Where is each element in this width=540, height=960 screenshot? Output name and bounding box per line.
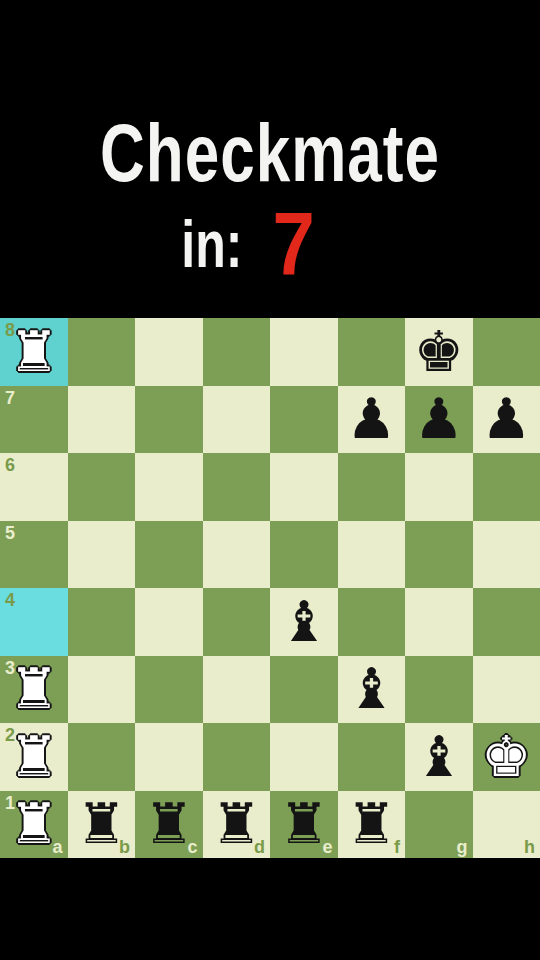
square-f8[interactable] xyxy=(338,318,406,386)
square-c3[interactable] xyxy=(135,656,203,724)
subtitle-row: in: 7 xyxy=(0,200,518,290)
white-rook-a8[interactable]: ♜ xyxy=(9,324,59,380)
square-b3[interactable] xyxy=(68,656,136,724)
moves-count: 7 xyxy=(272,198,314,288)
checkmate-title: Checkmate xyxy=(0,112,540,194)
square-h5[interactable] xyxy=(473,521,540,589)
square-a7[interactable]: 7 xyxy=(0,386,68,454)
white-rook-a3[interactable]: ♜ xyxy=(9,661,59,717)
square-a5[interactable]: 5 xyxy=(0,521,68,589)
square-c7[interactable] xyxy=(135,386,203,454)
square-h1[interactable]: h xyxy=(473,791,540,859)
rank-label-6: 6 xyxy=(5,456,15,474)
square-h2[interactable]: ♚ xyxy=(473,723,540,791)
square-g8[interactable]: ♚ xyxy=(405,318,473,386)
square-c6[interactable] xyxy=(135,453,203,521)
square-c1[interactable]: c♜ xyxy=(135,791,203,859)
square-c4[interactable] xyxy=(135,588,203,656)
square-f5[interactable] xyxy=(338,521,406,589)
file-label-g: g xyxy=(457,838,468,856)
square-g5[interactable] xyxy=(405,521,473,589)
square-f4[interactable] xyxy=(338,588,406,656)
square-b5[interactable] xyxy=(68,521,136,589)
square-b6[interactable] xyxy=(68,453,136,521)
square-h8[interactable] xyxy=(473,318,540,386)
square-a8[interactable]: 8♜ xyxy=(0,318,68,386)
rank-label-5: 5 xyxy=(5,524,15,542)
square-e7[interactable] xyxy=(270,386,338,454)
black-king-g8[interactable]: ♚ xyxy=(414,324,464,380)
square-c8[interactable] xyxy=(135,318,203,386)
square-a2[interactable]: 2♜ xyxy=(0,723,68,791)
square-g7[interactable]: ♟ xyxy=(405,386,473,454)
square-g4[interactable] xyxy=(405,588,473,656)
square-f1[interactable]: f♜ xyxy=(338,791,406,859)
white-rook-a2[interactable]: ♜ xyxy=(9,729,59,785)
square-b2[interactable] xyxy=(68,723,136,791)
square-e2[interactable] xyxy=(270,723,338,791)
black-bishop-f3[interactable]: ♝ xyxy=(346,661,396,717)
black-rook-c1[interactable]: ♜ xyxy=(144,796,194,852)
mate-in-label: in: xyxy=(181,211,242,279)
white-king-h2[interactable]: ♚ xyxy=(481,729,531,785)
square-e4[interactable]: ♝ xyxy=(270,588,338,656)
square-e1[interactable]: e♜ xyxy=(270,791,338,859)
square-b4[interactable] xyxy=(68,588,136,656)
square-d1[interactable]: d♜ xyxy=(203,791,271,859)
square-g1[interactable]: g xyxy=(405,791,473,859)
square-f2[interactable] xyxy=(338,723,406,791)
square-h7[interactable]: ♟ xyxy=(473,386,540,454)
chess-board: 8♜♚7♟♟♟654♝3♜♝2♜♝♚1a♜b♜c♜d♜e♜f♜gh xyxy=(0,318,540,858)
black-rook-b1[interactable]: ♜ xyxy=(76,796,126,852)
white-rook-a1[interactable]: ♜ xyxy=(9,796,59,852)
square-f7[interactable]: ♟ xyxy=(338,386,406,454)
square-d2[interactable] xyxy=(203,723,271,791)
black-rook-f1[interactable]: ♜ xyxy=(346,796,396,852)
black-bishop-e4[interactable]: ♝ xyxy=(279,594,329,650)
square-d4[interactable] xyxy=(203,588,271,656)
square-f6[interactable] xyxy=(338,453,406,521)
square-a1[interactable]: 1a♜ xyxy=(0,791,68,859)
square-e8[interactable] xyxy=(270,318,338,386)
square-d3[interactable] xyxy=(203,656,271,724)
file-label-h: h xyxy=(524,838,535,856)
square-g2[interactable]: ♝ xyxy=(405,723,473,791)
square-g3[interactable] xyxy=(405,656,473,724)
square-h4[interactable] xyxy=(473,588,540,656)
square-d6[interactable] xyxy=(203,453,271,521)
square-e3[interactable] xyxy=(270,656,338,724)
square-e5[interactable] xyxy=(270,521,338,589)
square-a6[interactable]: 6 xyxy=(0,453,68,521)
square-a3[interactable]: 3♜ xyxy=(0,656,68,724)
black-rook-d1[interactable]: ♜ xyxy=(211,796,261,852)
square-b7[interactable] xyxy=(68,386,136,454)
square-f3[interactable]: ♝ xyxy=(338,656,406,724)
screen: Checkmate in: 7 8♜♚7♟♟♟654♝3♜♝2♜♝♚1a♜b♜c… xyxy=(0,0,540,960)
black-pawn-h7[interactable]: ♟ xyxy=(481,391,531,447)
square-c2[interactable] xyxy=(135,723,203,791)
square-b1[interactable]: b♜ xyxy=(68,791,136,859)
rank-label-7: 7 xyxy=(5,389,15,407)
square-e6[interactable] xyxy=(270,453,338,521)
black-bishop-g2[interactable]: ♝ xyxy=(414,729,464,785)
black-pawn-g7[interactable]: ♟ xyxy=(414,391,464,447)
square-c5[interactable] xyxy=(135,521,203,589)
square-g6[interactable] xyxy=(405,453,473,521)
rank-label-4: 4 xyxy=(5,591,15,609)
square-d8[interactable] xyxy=(203,318,271,386)
square-b8[interactable] xyxy=(68,318,136,386)
square-d7[interactable] xyxy=(203,386,271,454)
black-pawn-f7[interactable]: ♟ xyxy=(346,391,396,447)
square-h3[interactable] xyxy=(473,656,540,724)
square-h6[interactable] xyxy=(473,453,540,521)
black-rook-e1[interactable]: ♜ xyxy=(279,796,329,852)
square-d5[interactable] xyxy=(203,521,271,589)
square-a4[interactable]: 4 xyxy=(0,588,68,656)
